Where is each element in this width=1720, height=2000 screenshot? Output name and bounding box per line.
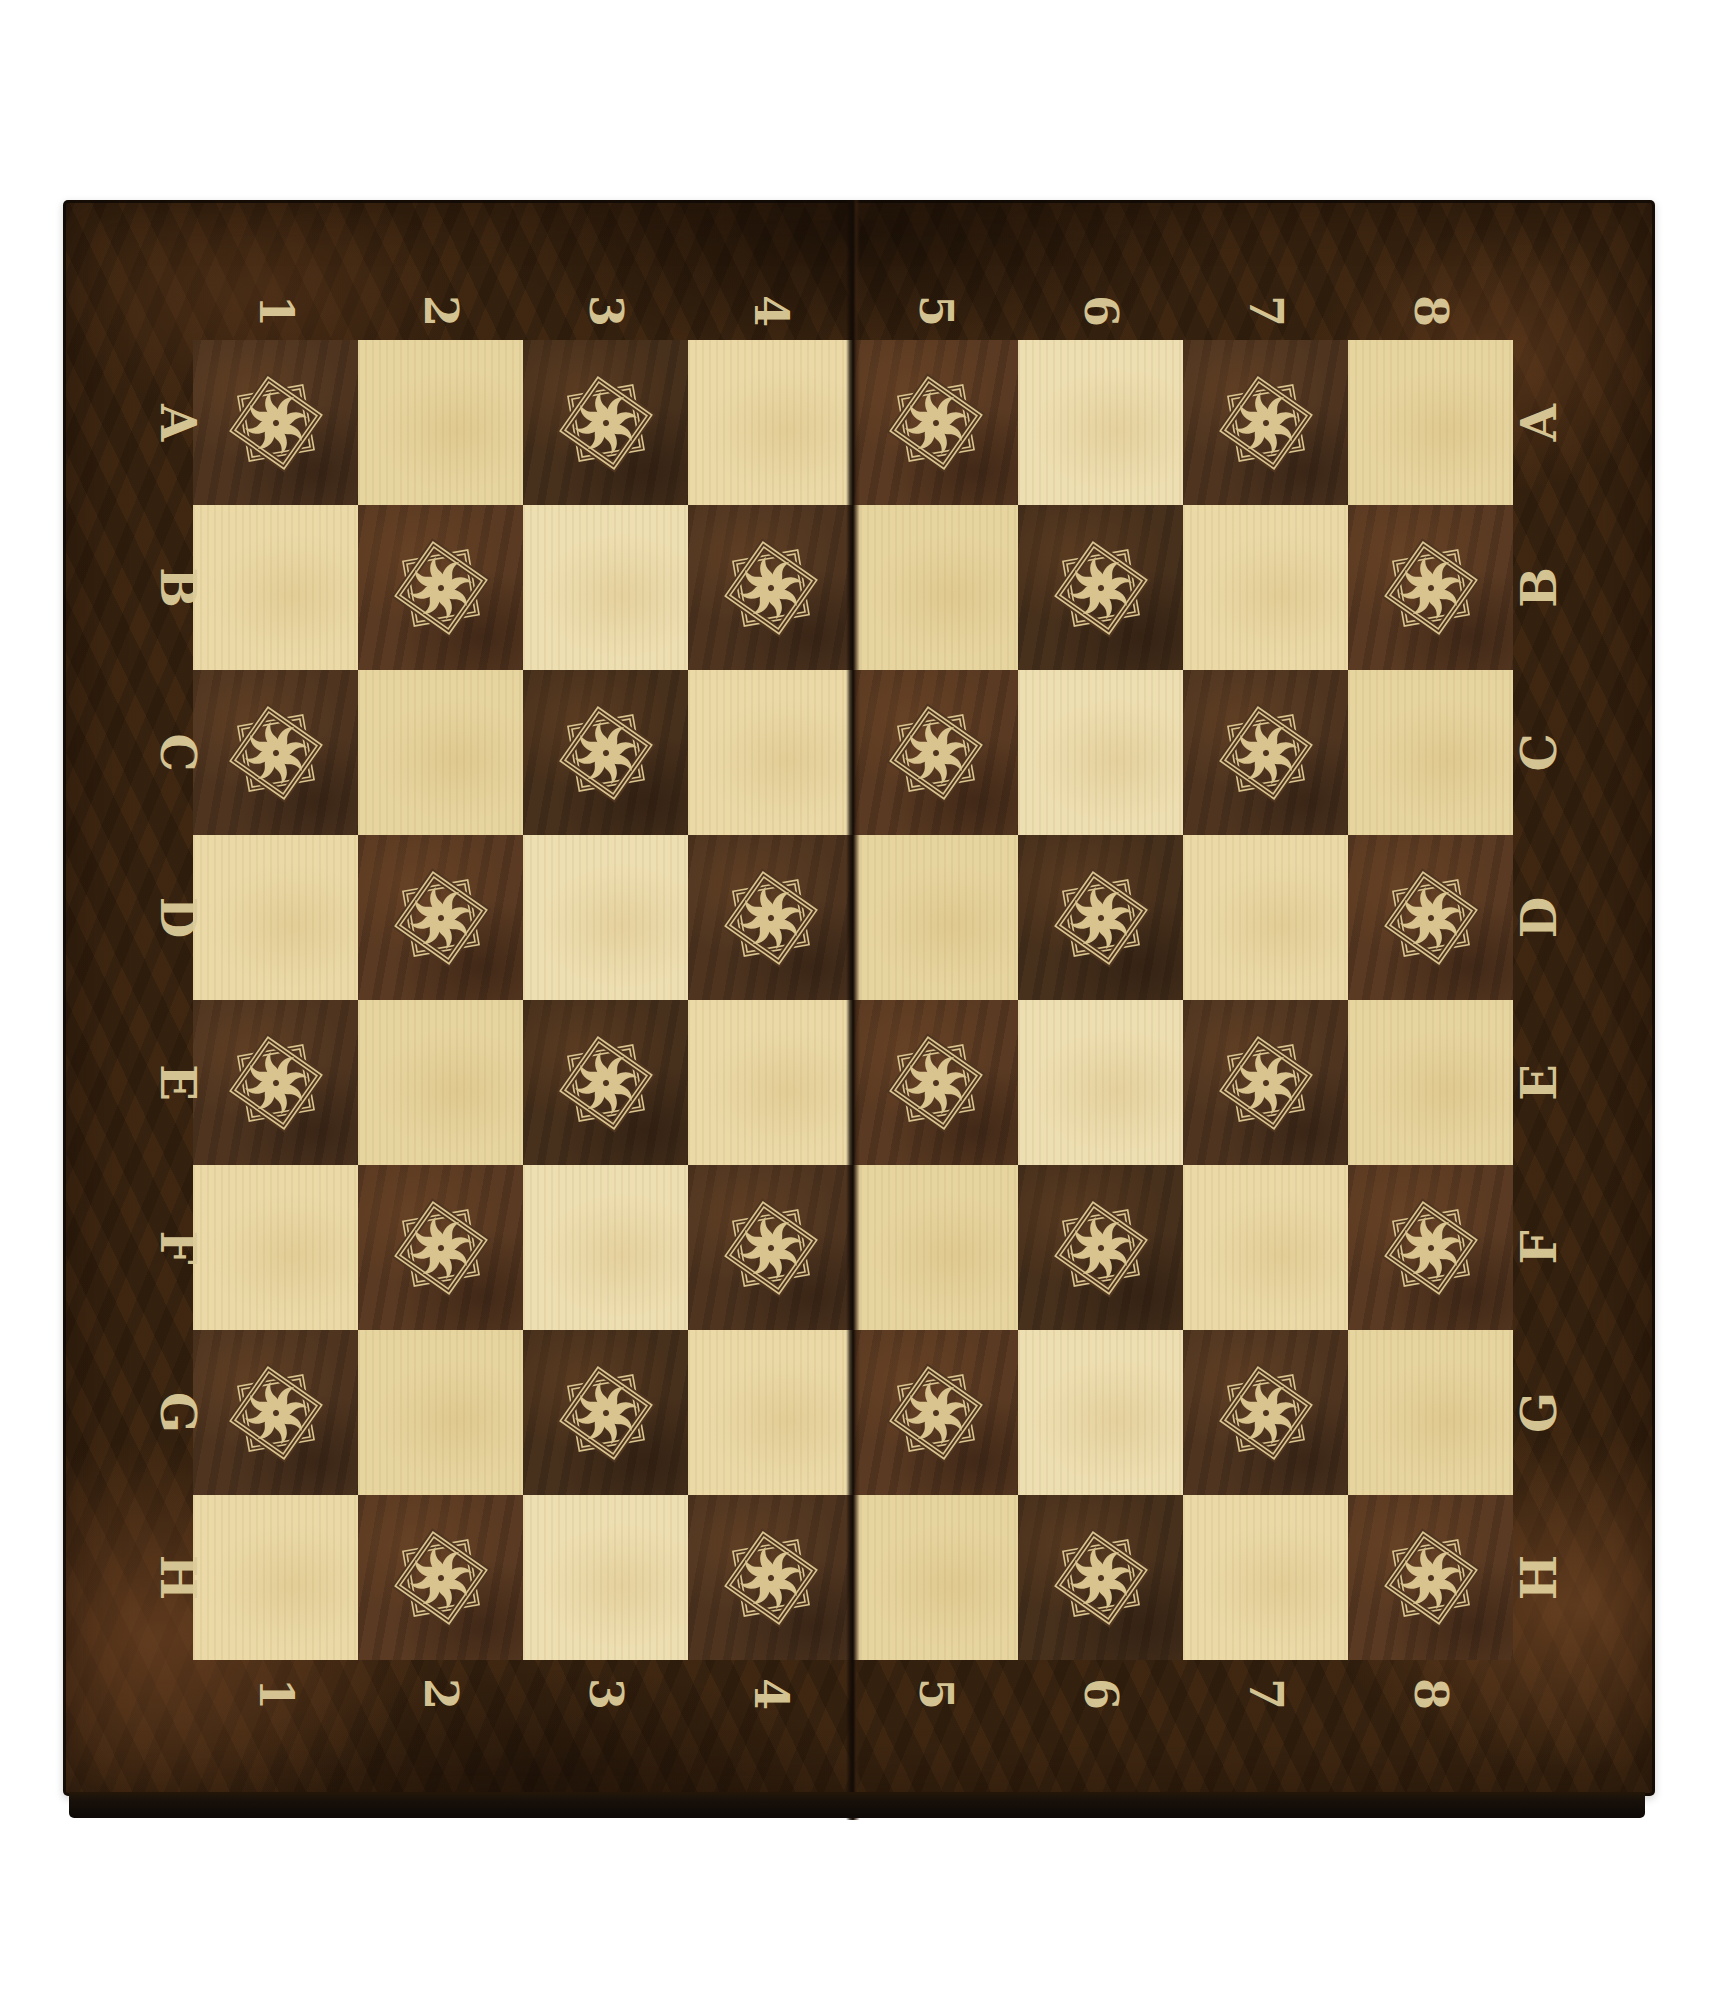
file-label-g-left: G bbox=[96, 1387, 261, 1439]
square-f7[interactable] bbox=[1183, 1165, 1348, 1330]
arevakhach-icon bbox=[1215, 1032, 1317, 1134]
arevakhach-icon bbox=[885, 1032, 987, 1134]
arevakhach-icon bbox=[720, 537, 822, 639]
square-d3[interactable] bbox=[523, 835, 688, 1000]
square-c2[interactable] bbox=[358, 670, 523, 835]
rank-label-7-bottom: 7 bbox=[1239, 1612, 1293, 1777]
square-d4[interactable] bbox=[688, 835, 853, 1000]
rank-label-3-bottom: 3 bbox=[579, 1612, 633, 1777]
rank-label-5-bottom: 5 bbox=[909, 1612, 963, 1777]
rank-label-4-top: 4 bbox=[744, 229, 798, 394]
rank-label-7-top: 7 bbox=[1239, 229, 1293, 394]
square-g2[interactable] bbox=[358, 1330, 523, 1495]
square-b6[interactable] bbox=[1018, 505, 1183, 670]
arevakhach-icon bbox=[720, 1197, 822, 1299]
rank-label-8-top: 8 bbox=[1404, 229, 1458, 394]
square-b2[interactable] bbox=[358, 505, 523, 670]
file-labels-left: ABCDEFGH bbox=[152, 340, 204, 1660]
square-g5[interactable] bbox=[853, 1330, 1018, 1495]
rank-label-1-top: 1 bbox=[249, 229, 303, 394]
rank-label-8-bottom: 8 bbox=[1404, 1612, 1458, 1777]
file-label-g-right: G bbox=[1456, 1387, 1621, 1439]
file-label-c-right: C bbox=[1456, 727, 1621, 779]
arevakhach-icon bbox=[1050, 1197, 1152, 1299]
rank-label-2-top: 2 bbox=[414, 229, 468, 394]
square-b5[interactable] bbox=[853, 505, 1018, 670]
square-e7[interactable] bbox=[1183, 1000, 1348, 1165]
file-label-a-right: A bbox=[1456, 397, 1621, 449]
arevakhach-icon bbox=[555, 1032, 657, 1134]
arevakhach-icon bbox=[885, 702, 987, 804]
square-b7[interactable] bbox=[1183, 505, 1348, 670]
arevakhach-icon bbox=[390, 537, 492, 639]
file-label-f-left: F bbox=[96, 1222, 261, 1274]
square-c4[interactable] bbox=[688, 670, 853, 835]
square-f6[interactable] bbox=[1018, 1165, 1183, 1330]
square-e4[interactable] bbox=[688, 1000, 853, 1165]
square-c7[interactable] bbox=[1183, 670, 1348, 835]
square-e3[interactable] bbox=[523, 1000, 688, 1165]
arevakhach-icon bbox=[390, 1197, 492, 1299]
square-g4[interactable] bbox=[688, 1330, 853, 1495]
file-labels-right: ABCDEFGH bbox=[1512, 340, 1564, 1660]
square-g6[interactable] bbox=[1018, 1330, 1183, 1495]
file-label-h-left: H bbox=[96, 1552, 261, 1604]
arevakhach-icon bbox=[885, 1362, 987, 1464]
square-c6[interactable] bbox=[1018, 670, 1183, 835]
rank-label-4-bottom: 4 bbox=[744, 1612, 798, 1777]
file-label-f-right: F bbox=[1456, 1222, 1621, 1274]
square-f3[interactable] bbox=[523, 1165, 688, 1330]
file-label-a-left: A bbox=[96, 397, 261, 449]
rank-label-3-top: 3 bbox=[579, 229, 633, 394]
square-d5[interactable] bbox=[853, 835, 1018, 1000]
square-e2[interactable] bbox=[358, 1000, 523, 1165]
square-f5[interactable] bbox=[853, 1165, 1018, 1330]
arevakhach-icon bbox=[1215, 1362, 1317, 1464]
arevakhach-icon bbox=[1050, 537, 1152, 639]
square-c3[interactable] bbox=[523, 670, 688, 835]
board-side-edge bbox=[69, 1792, 1645, 1818]
file-label-e-left: E bbox=[96, 1057, 261, 1109]
rank-label-5-top: 5 bbox=[909, 229, 963, 394]
arevakhach-icon bbox=[555, 702, 657, 804]
arevakhach-icon bbox=[555, 1362, 657, 1464]
arevakhach-icon bbox=[390, 867, 492, 969]
square-g3[interactable] bbox=[523, 1330, 688, 1495]
rank-label-1-bottom: 1 bbox=[249, 1612, 303, 1777]
square-b4[interactable] bbox=[688, 505, 853, 670]
square-f2[interactable] bbox=[358, 1165, 523, 1330]
photo-background: 12345678 12345678 ABCDEFGH ABCDEFGH bbox=[0, 0, 1720, 2000]
square-d2[interactable] bbox=[358, 835, 523, 1000]
fold-seam bbox=[846, 200, 860, 1820]
square-d7[interactable] bbox=[1183, 835, 1348, 1000]
rank-label-6-top: 6 bbox=[1074, 229, 1128, 394]
arevakhach-icon bbox=[720, 867, 822, 969]
file-label-b-right: B bbox=[1456, 562, 1621, 614]
arevakhach-icon bbox=[1215, 702, 1317, 804]
file-label-d-left: D bbox=[96, 892, 261, 944]
square-f4[interactable] bbox=[688, 1165, 853, 1330]
arevakhach-icon bbox=[1050, 867, 1152, 969]
square-e6[interactable] bbox=[1018, 1000, 1183, 1165]
file-label-c-left: C bbox=[96, 727, 261, 779]
square-d6[interactable] bbox=[1018, 835, 1183, 1000]
file-label-b-left: B bbox=[96, 562, 261, 614]
file-label-h-right: H bbox=[1456, 1552, 1621, 1604]
chessboard: 12345678 12345678 ABCDEFGH ABCDEFGH bbox=[63, 200, 1655, 1796]
square-e5[interactable] bbox=[853, 1000, 1018, 1165]
square-g7[interactable] bbox=[1183, 1330, 1348, 1495]
rank-label-2-bottom: 2 bbox=[414, 1612, 468, 1777]
file-label-e-right: E bbox=[1456, 1057, 1621, 1109]
rank-label-6-bottom: 6 bbox=[1074, 1612, 1128, 1777]
square-c5[interactable] bbox=[853, 670, 1018, 835]
file-label-d-right: D bbox=[1456, 892, 1621, 944]
square-b3[interactable] bbox=[523, 505, 688, 670]
